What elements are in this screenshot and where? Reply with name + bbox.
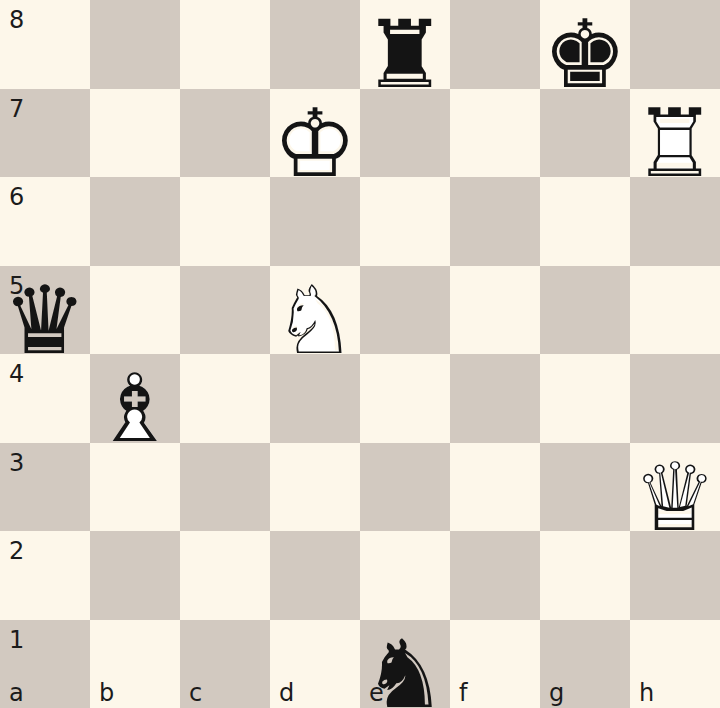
file-label-c: c — [189, 681, 202, 705]
square-a3[interactable]: 3 — [0, 443, 90, 532]
square-e3[interactable] — [360, 443, 450, 532]
square-f1[interactable]: f — [450, 620, 540, 708]
black-knight[interactable]: ♞ — [360, 620, 450, 708]
square-g4[interactable] — [540, 354, 630, 443]
white-bishop[interactable]: ♝♗ — [90, 354, 180, 443]
piece-outline-layer: ♖ — [633, 89, 717, 198]
square-c8[interactable] — [180, 0, 270, 89]
square-f3[interactable] — [450, 443, 540, 532]
square-c1[interactable]: c — [180, 620, 270, 708]
black-king[interactable]: ♚ — [540, 0, 630, 89]
square-g5[interactable] — [540, 266, 630, 355]
rank-label-6: 6 — [9, 185, 24, 209]
square-e4[interactable] — [360, 354, 450, 443]
black-queen[interactable]: ♛ — [0, 266, 90, 355]
file-label-d: d — [279, 681, 294, 705]
file-label-h: h — [639, 681, 654, 705]
square-f7[interactable] — [450, 89, 540, 178]
square-g3[interactable] — [540, 443, 630, 532]
square-b6[interactable] — [90, 177, 180, 266]
white-king[interactable]: ♚♔ — [270, 89, 360, 178]
square-d8[interactable] — [270, 0, 360, 89]
square-h8[interactable] — [630, 0, 720, 89]
square-e1[interactable]: e♞ — [360, 620, 450, 708]
square-d5[interactable]: ♞♘ — [270, 266, 360, 355]
piece-outline-layer: ♘ — [273, 266, 357, 375]
square-h3[interactable]: ♛♕ — [630, 443, 720, 532]
file-label-b: b — [99, 681, 114, 705]
square-f6[interactable] — [450, 177, 540, 266]
rank-label-7: 7 — [9, 97, 24, 121]
piece-glyph: ♛ — [3, 266, 87, 375]
square-a1[interactable]: 1a — [0, 620, 90, 708]
square-a5[interactable]: 5♛ — [0, 266, 90, 355]
square-b8[interactable] — [90, 0, 180, 89]
square-e5[interactable] — [360, 266, 450, 355]
black-rook[interactable]: ♜ — [360, 0, 450, 89]
square-c4[interactable] — [180, 354, 270, 443]
white-rook[interactable]: ♜♖ — [630, 89, 720, 178]
piece-glyph: ♞ — [363, 620, 447, 708]
square-b5[interactable] — [90, 266, 180, 355]
file-label-g: g — [549, 681, 564, 705]
chess-board: 8♜♚7♚♔♜♖65♛♞♘4♝♗3♛♕21abcde♞fgh — [0, 0, 720, 708]
square-b4[interactable]: ♝♗ — [90, 354, 180, 443]
piece-outline-layer: ♕ — [633, 443, 717, 552]
rank-label-8: 8 — [9, 8, 24, 32]
rank-label-1: 1 — [9, 628, 24, 652]
square-e8[interactable]: ♜ — [360, 0, 450, 89]
white-queen[interactable]: ♛♕ — [630, 443, 720, 532]
square-d2[interactable] — [270, 531, 360, 620]
square-c6[interactable] — [180, 177, 270, 266]
square-f4[interactable] — [450, 354, 540, 443]
square-b2[interactable] — [90, 531, 180, 620]
square-e6[interactable] — [360, 177, 450, 266]
square-a2[interactable]: 2 — [0, 531, 90, 620]
square-g2[interactable] — [540, 531, 630, 620]
piece-outline-layer: ♔ — [273, 89, 357, 198]
square-g6[interactable] — [540, 177, 630, 266]
piece-glyph: ♚ — [543, 0, 627, 109]
square-h7[interactable]: ♜♖ — [630, 89, 720, 178]
rank-label-2: 2 — [9, 539, 24, 563]
file-label-a: a — [9, 681, 24, 705]
square-c3[interactable] — [180, 443, 270, 532]
piece-outline-layer: ♗ — [93, 354, 177, 463]
square-a8[interactable]: 8 — [0, 0, 90, 89]
rank-label-3: 3 — [9, 451, 24, 475]
square-h4[interactable] — [630, 354, 720, 443]
square-a6[interactable]: 6 — [0, 177, 90, 266]
square-b7[interactable] — [90, 89, 180, 178]
square-d3[interactable] — [270, 443, 360, 532]
square-h1[interactable]: h — [630, 620, 720, 708]
square-a7[interactable]: 7 — [0, 89, 90, 178]
square-b1[interactable]: b — [90, 620, 180, 708]
file-label-f: f — [459, 681, 467, 705]
square-d1[interactable]: d — [270, 620, 360, 708]
square-c5[interactable] — [180, 266, 270, 355]
square-c2[interactable] — [180, 531, 270, 620]
square-d7[interactable]: ♚♔ — [270, 89, 360, 178]
piece-glyph: ♜ — [363, 0, 447, 109]
white-knight[interactable]: ♞♘ — [270, 266, 360, 355]
square-g1[interactable]: g — [540, 620, 630, 708]
square-f5[interactable] — [450, 266, 540, 355]
square-h5[interactable] — [630, 266, 720, 355]
square-g8[interactable]: ♚ — [540, 0, 630, 89]
square-c7[interactable] — [180, 89, 270, 178]
square-f2[interactable] — [450, 531, 540, 620]
square-e2[interactable] — [360, 531, 450, 620]
square-f8[interactable] — [450, 0, 540, 89]
